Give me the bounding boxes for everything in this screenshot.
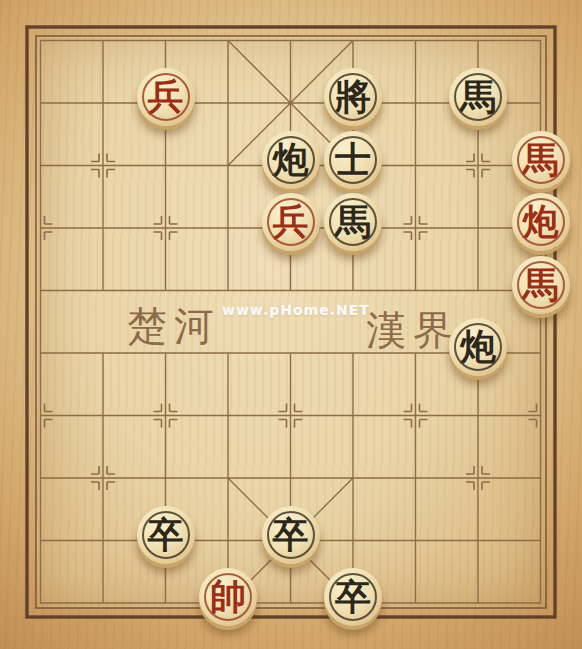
red-soldier-piece[interactable]: 兵	[262, 193, 320, 251]
black-general-piece[interactable]: 將	[324, 68, 382, 126]
black-advisor-piece[interactable]: 士	[324, 131, 382, 189]
piece-glyph: 兵	[148, 79, 184, 115]
piece-glyph: 卒	[335, 579, 371, 615]
piece-glyph: 炮	[273, 142, 309, 178]
piece-glyph: 士	[335, 142, 371, 178]
piece-glyph: 馬	[523, 267, 559, 303]
black-cannon-piece[interactable]: 炮	[262, 131, 320, 189]
piece-glyph: 炮	[523, 204, 559, 240]
piece-glyph: 卒	[148, 517, 184, 553]
red-cannon-piece[interactable]: 炮	[512, 193, 570, 251]
red-horse-piece[interactable]: 馬	[512, 131, 570, 189]
piece-glyph: 將	[335, 79, 371, 115]
black-soldier-piece[interactable]: 卒	[324, 568, 382, 626]
piece-glyph: 帥	[210, 579, 246, 615]
piece-glyph: 兵	[273, 204, 309, 240]
piece-glyph: 卒	[273, 517, 309, 553]
xiangqi-board: 楚河 漢界 www.pHome.NET 兵將馬炮士馬兵馬炮馬炮卒卒帥卒	[0, 0, 582, 649]
black-horse-piece[interactable]: 馬	[449, 68, 507, 126]
black-soldier-piece[interactable]: 卒	[262, 506, 320, 564]
piece-glyph: 馬	[460, 79, 496, 115]
piece-glyph: 馬	[523, 142, 559, 178]
pieces-layer: 兵將馬炮士馬兵馬炮馬炮卒卒帥卒	[9, 9, 572, 634]
piece-glyph: 炮	[460, 329, 496, 365]
red-general-piece[interactable]: 帥	[199, 568, 257, 626]
black-cannon-piece[interactable]: 炮	[449, 318, 507, 376]
red-horse-piece[interactable]: 馬	[512, 256, 570, 314]
red-soldier-piece[interactable]: 兵	[137, 68, 195, 126]
black-soldier-piece[interactable]: 卒	[137, 506, 195, 564]
piece-glyph: 馬	[335, 204, 371, 240]
black-horse-piece[interactable]: 馬	[324, 193, 382, 251]
